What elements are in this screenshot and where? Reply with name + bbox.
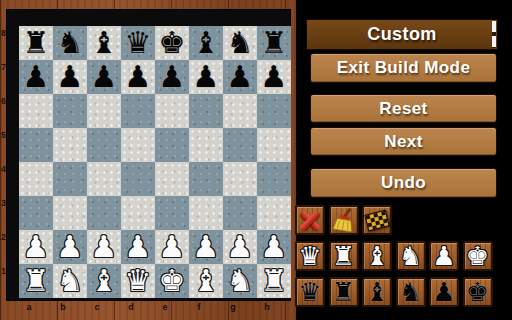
file-label-b: b [46,302,80,316]
chess-board: ♜♞♝♛♚♝♞♜♟♟♟♟♟♟♟♟♟♟♟♟♟♟♟♟♜♞♝♛♚♝♞♜ [19,26,291,298]
black-pawn-icon: ♟ [432,278,455,306]
mini-chessboard-icon [364,209,389,231]
next-button[interactable]: Next [310,127,497,156]
rank-label-7: 7 [0,50,7,84]
file-label-f: f [182,302,216,316]
square-f1[interactable]: ♝ [189,264,223,298]
square-c2[interactable]: ♟ [87,230,121,264]
square-g5[interactable] [223,128,257,162]
square-b3[interactable] [53,196,87,230]
square-g3[interactable] [223,196,257,230]
picker-black-queen[interactable]: ♛ [295,277,325,307]
rank-label-4: 4 [0,152,7,186]
picker-white-pawn[interactable]: ♟ [429,241,459,271]
file-label-g: g [216,302,250,316]
app-screen: ♜♞♝♛♚♝♞♜♟♟♟♟♟♟♟♟♟♟♟♟♟♟♟♟♜♞♝♛♚♝♞♜ 8765432… [0,0,512,320]
picker-white-queen[interactable]: ♛ [295,241,325,271]
square-c7[interactable]: ♟ [87,60,121,94]
rank-label-1: 1 [0,254,7,288]
picker-black-rook[interactable]: ♜ [329,277,359,307]
square-c6[interactable] [87,94,121,128]
piece-white-pawn[interactable]: ♟ [125,230,152,264]
mode-spinner-label: Custom [367,24,436,45]
square-e5[interactable] [155,128,189,162]
square-h2[interactable]: ♟ [257,230,291,264]
square-g4[interactable] [223,162,257,196]
square-c3[interactable] [87,196,121,230]
square-c4[interactable] [87,162,121,196]
square-b2[interactable]: ♟ [53,230,87,264]
clear-board-button[interactable] [329,205,359,235]
piece-black-bishop[interactable]: ♝ [193,26,220,60]
piece-white-knight[interactable]: ♞ [57,264,84,298]
white-knight-icon: ♞ [399,242,422,270]
picker-black-king[interactable]: ♚ [463,277,493,307]
piece-white-bishop[interactable]: ♝ [91,264,118,298]
picker-white-bishop[interactable]: ♝ [362,241,392,271]
square-a1[interactable]: ♜ [19,264,53,298]
square-b6[interactable] [53,94,87,128]
piece-black-queen[interactable]: ♛ [125,26,152,60]
square-e4[interactable] [155,162,189,196]
red-x-icon [298,208,322,232]
exit-build-mode-button[interactable]: Exit Build Mode [310,53,497,83]
black-knight-icon: ♞ [399,278,422,306]
picker-white-knight[interactable]: ♞ [396,241,426,271]
piece-white-pawn[interactable]: ♟ [159,230,186,264]
chess-board-frame: ♜♞♝♛♚♝♞♜♟♟♟♟♟♟♟♟♟♟♟♟♟♟♟♟♜♞♝♛♚♝♞♜ [7,10,290,300]
square-a7[interactable]: ♟ [19,60,53,94]
piece-black-knight[interactable]: ♞ [227,26,254,60]
piece-black-knight[interactable]: ♞ [57,26,84,60]
square-d7[interactable]: ♟ [121,60,155,94]
piece-black-pawn[interactable]: ♟ [227,60,254,94]
square-f3[interactable] [189,196,223,230]
square-c1[interactable]: ♝ [87,264,121,298]
rank-label-2: 2 [0,220,7,254]
piece-white-pawn[interactable]: ♟ [227,230,254,264]
square-f6[interactable] [189,94,223,128]
square-d6[interactable] [121,94,155,128]
white-bishop-icon: ♝ [365,242,388,270]
square-h6[interactable] [257,94,291,128]
mode-spinner[interactable]: Custom [306,19,498,50]
square-a2[interactable]: ♟ [19,230,53,264]
piece-white-rook[interactable]: ♜ [261,264,288,298]
square-g6[interactable] [223,94,257,128]
piece-white-pawn[interactable]: ♟ [91,230,118,264]
file-label-h: h [250,302,284,316]
piece-black-pawn[interactable]: ♟ [193,60,220,94]
square-a5[interactable] [19,128,53,162]
piece-black-bishop[interactable]: ♝ [91,26,118,60]
piece-white-king[interactable]: ♚ [159,264,186,298]
rank-label-3: 3 [0,186,7,220]
broom-icon [331,207,357,233]
black-bishop-icon: ♝ [365,278,388,306]
white-pawn-icon: ♟ [432,242,455,270]
square-g2[interactable]: ♟ [223,230,257,264]
piece-black-pawn[interactable]: ♟ [57,60,84,94]
picker-black-knight[interactable]: ♞ [396,277,426,307]
square-a6[interactable] [19,94,53,128]
file-label-e: e [148,302,182,316]
scrollbar-thumb [492,21,496,32]
delete-piece-button[interactable] [295,205,325,235]
square-a8[interactable]: ♜ [19,26,53,60]
square-e2[interactable]: ♟ [155,230,189,264]
square-g7[interactable]: ♟ [223,60,257,94]
square-d4[interactable] [121,162,155,196]
square-g8[interactable]: ♞ [223,26,257,60]
white-king-icon: ♚ [466,242,489,270]
square-h8[interactable]: ♜ [257,26,291,60]
piece-white-pawn[interactable]: ♟ [193,230,220,264]
square-h1[interactable]: ♜ [257,264,291,298]
piece-black-pawn[interactable]: ♟ [23,60,50,94]
piece-black-rook[interactable]: ♜ [23,26,50,60]
piece-black-pawn[interactable]: ♟ [125,60,152,94]
square-e8[interactable]: ♚ [155,26,189,60]
picker-white-king[interactable]: ♚ [463,241,493,271]
reset-button[interactable]: Reset [310,94,497,123]
square-d2[interactable]: ♟ [121,230,155,264]
piece-white-bishop[interactable]: ♝ [193,264,220,298]
undo-button[interactable]: Undo [310,168,497,198]
square-h4[interactable] [257,162,291,196]
square-h5[interactable] [257,128,291,162]
square-c8[interactable]: ♝ [87,26,121,60]
picker-black-bishop[interactable]: ♝ [362,277,392,307]
rank-labels: 87654321 [0,16,7,288]
spinner-scrollbar[interactable] [492,21,496,48]
square-d3[interactable] [121,196,155,230]
black-king-icon: ♚ [466,278,489,306]
picker-black-pawn[interactable]: ♟ [429,277,459,307]
piece-white-knight[interactable]: ♞ [227,264,254,298]
rank-label-6: 6 [0,84,7,118]
piece-white-pawn[interactable]: ♟ [23,230,50,264]
rank-label-8: 8 [0,16,7,50]
white-queen-icon: ♛ [298,242,321,270]
square-h7[interactable]: ♟ [257,60,291,94]
file-labels: abcdefgh [12,302,284,316]
square-d5[interactable] [121,128,155,162]
black-queen-icon: ♛ [298,278,321,306]
piece-black-pawn[interactable]: ♟ [91,60,118,94]
rank-label-5: 5 [0,118,7,152]
square-f2[interactable]: ♟ [189,230,223,264]
file-label-c: c [80,302,114,316]
square-b8[interactable]: ♞ [53,26,87,60]
white-rook-icon: ♜ [332,242,355,270]
file-label-a: a [12,302,46,316]
piece-white-rook[interactable]: ♜ [23,264,50,298]
scrollbar-thumb [492,36,496,47]
square-h3[interactable] [257,196,291,230]
square-d8[interactable]: ♛ [121,26,155,60]
starting-position-button[interactable] [362,205,392,235]
black-rook-icon: ♜ [332,278,355,306]
square-f5[interactable] [189,128,223,162]
square-e7[interactable]: ♟ [155,60,189,94]
square-b5[interactable] [53,128,87,162]
square-f4[interactable] [189,162,223,196]
square-f7[interactable]: ♟ [189,60,223,94]
piece-white-pawn[interactable]: ♟ [261,230,288,264]
file-label-d: d [114,302,148,316]
picker-white-rook[interactable]: ♜ [329,241,359,271]
piece-black-pawn[interactable]: ♟ [159,60,186,94]
square-f8[interactable]: ♝ [189,26,223,60]
piece-black-pawn[interactable]: ♟ [261,60,288,94]
square-g1[interactable]: ♞ [223,264,257,298]
square-d1[interactable]: ♛ [121,264,155,298]
piece-black-king[interactable]: ♚ [159,26,186,60]
square-e6[interactable] [155,94,189,128]
piece-white-queen[interactable]: ♛ [125,264,152,298]
square-a4[interactable] [19,162,53,196]
square-b4[interactable] [53,162,87,196]
square-b7[interactable]: ♟ [53,60,87,94]
square-c5[interactable] [87,128,121,162]
square-e3[interactable] [155,196,189,230]
piece-white-pawn[interactable]: ♟ [57,230,84,264]
square-b1[interactable]: ♞ [53,264,87,298]
square-e1[interactable]: ♚ [155,264,189,298]
piece-black-rook[interactable]: ♜ [261,26,288,60]
square-a3[interactable] [19,196,53,230]
